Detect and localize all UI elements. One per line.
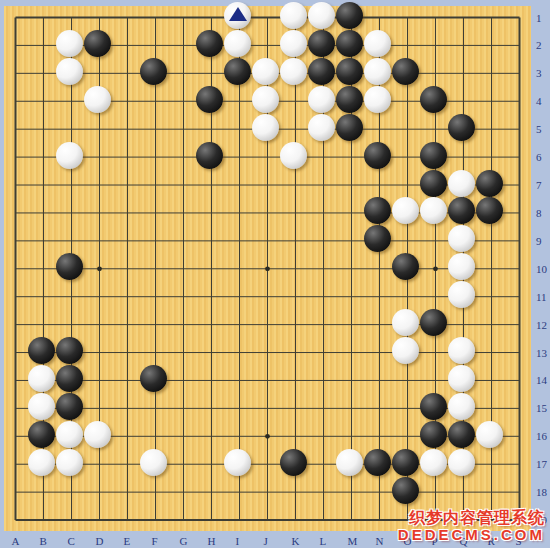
- black-stone-L2: [308, 30, 335, 57]
- white-stone-J5: [252, 114, 279, 141]
- white-stone-D16: [84, 421, 111, 448]
- row-label-11: 11: [536, 292, 547, 303]
- col-label-G: G: [180, 536, 188, 547]
- col-label-F: F: [152, 536, 158, 547]
- row-label-16: 16: [536, 431, 547, 442]
- col-label-B: B: [40, 536, 47, 547]
- white-stone-C3: [56, 58, 83, 85]
- white-stone-N2: [364, 30, 391, 57]
- white-stone-D4: [84, 86, 111, 113]
- black-stone-H6: [196, 142, 223, 169]
- white-stone-R16: [476, 421, 503, 448]
- watermark-cn: 织梦内容管理系统: [398, 509, 545, 526]
- black-stone-N6: [364, 142, 391, 169]
- white-stone-B15: [28, 393, 55, 420]
- white-stone-Q14: [448, 365, 475, 392]
- white-stone-M17: [336, 449, 363, 476]
- col-label-L: L: [320, 536, 327, 547]
- col-label-J: J: [264, 536, 268, 547]
- black-stone-O18: [392, 477, 419, 504]
- white-stone-L1: [308, 2, 335, 29]
- black-stone-D2: [84, 30, 111, 57]
- row-label-6: 6: [536, 152, 542, 163]
- white-stone-C16: [56, 421, 83, 448]
- black-stone-B13: [28, 337, 55, 364]
- row-label-12: 12: [536, 320, 547, 331]
- white-stone-C17: [56, 449, 83, 476]
- row-label-14: 14: [536, 375, 547, 386]
- row-label-15: 15: [536, 403, 547, 414]
- watermark-url: DEDECMS.COM: [398, 526, 545, 543]
- black-stone-K17: [280, 449, 307, 476]
- white-stone-L5: [308, 114, 335, 141]
- go-board-page: ABCDEFGHIJKLMNOPQRS123456789101112131415…: [0, 0, 550, 548]
- white-stone-Q15: [448, 393, 475, 420]
- black-stone-P15: [420, 393, 447, 420]
- white-stone-C6: [56, 142, 83, 169]
- white-stone-B17: [28, 449, 55, 476]
- row-label-9: 9: [536, 236, 542, 247]
- black-stone-Q16: [448, 421, 475, 448]
- white-stone-Q17: [448, 449, 475, 476]
- black-stone-M2: [336, 30, 363, 57]
- black-stone-P16: [420, 421, 447, 448]
- row-label-8: 8: [536, 208, 542, 219]
- black-stone-L3: [308, 58, 335, 85]
- white-stone-K2: [280, 30, 307, 57]
- row-label-1: 1: [536, 13, 542, 24]
- row-label-3: 3: [536, 68, 542, 79]
- white-stone-C2: [56, 30, 83, 57]
- row-label-13: 13: [536, 348, 547, 359]
- black-stone-N17: [364, 449, 391, 476]
- black-stone-C14: [56, 365, 83, 392]
- white-stone-K6: [280, 142, 307, 169]
- row-label-2: 2: [536, 40, 542, 51]
- row-label-4: 4: [536, 96, 542, 107]
- row-label-18: 18: [536, 487, 547, 498]
- black-stone-F14: [140, 365, 167, 392]
- black-stone-H2: [196, 30, 223, 57]
- white-stone-P17: [420, 449, 447, 476]
- white-stone-J4: [252, 86, 279, 113]
- black-stone-O17: [392, 449, 419, 476]
- black-stone-P4: [420, 86, 447, 113]
- white-stone-Q7: [448, 170, 475, 197]
- black-stone-P12: [420, 309, 447, 336]
- white-stone-L4: [308, 86, 335, 113]
- white-stone-O12: [392, 309, 419, 336]
- white-stone-N4: [364, 86, 391, 113]
- col-label-K: K: [292, 536, 300, 547]
- last-move-triangle-marker: [229, 7, 247, 21]
- black-stone-B16: [28, 421, 55, 448]
- black-stone-P7: [420, 170, 447, 197]
- col-label-E: E: [124, 536, 131, 547]
- white-stone-N3: [364, 58, 391, 85]
- black-stone-C15: [56, 393, 83, 420]
- black-stone-H4: [196, 86, 223, 113]
- black-stone-M3: [336, 58, 363, 85]
- col-label-A: A: [12, 536, 20, 547]
- white-stone-F17: [140, 449, 167, 476]
- black-stone-I3: [224, 58, 251, 85]
- black-stone-P6: [420, 142, 447, 169]
- col-label-C: C: [68, 536, 75, 547]
- white-stone-B14: [28, 365, 55, 392]
- row-label-7: 7: [536, 180, 542, 191]
- row-label-5: 5: [536, 124, 542, 135]
- col-label-H: H: [208, 536, 216, 547]
- white-stone-I2: [224, 30, 251, 57]
- black-stone-M1: [336, 2, 363, 29]
- white-stone-Q13: [448, 337, 475, 364]
- row-label-17: 17: [536, 459, 547, 470]
- white-stone-J3: [252, 58, 279, 85]
- black-stone-Q5: [448, 114, 475, 141]
- white-stone-Q11: [448, 281, 475, 308]
- white-stone-K3: [280, 58, 307, 85]
- black-stone-M5: [336, 114, 363, 141]
- black-stone-M4: [336, 86, 363, 113]
- white-stone-K1: [280, 2, 307, 29]
- white-stone-I17: [224, 449, 251, 476]
- black-stone-C13: [56, 337, 83, 364]
- row-label-10: 10: [536, 264, 547, 275]
- watermark: 织梦内容管理系统 DEDECMS.COM: [398, 509, 545, 543]
- col-label-I: I: [236, 536, 240, 547]
- col-label-N: N: [376, 536, 384, 547]
- black-stone-F3: [140, 58, 167, 85]
- col-label-D: D: [96, 536, 104, 547]
- white-stone-O13: [392, 337, 419, 364]
- black-stone-O3: [392, 58, 419, 85]
- black-stone-R7: [476, 170, 503, 197]
- col-label-M: M: [348, 536, 358, 547]
